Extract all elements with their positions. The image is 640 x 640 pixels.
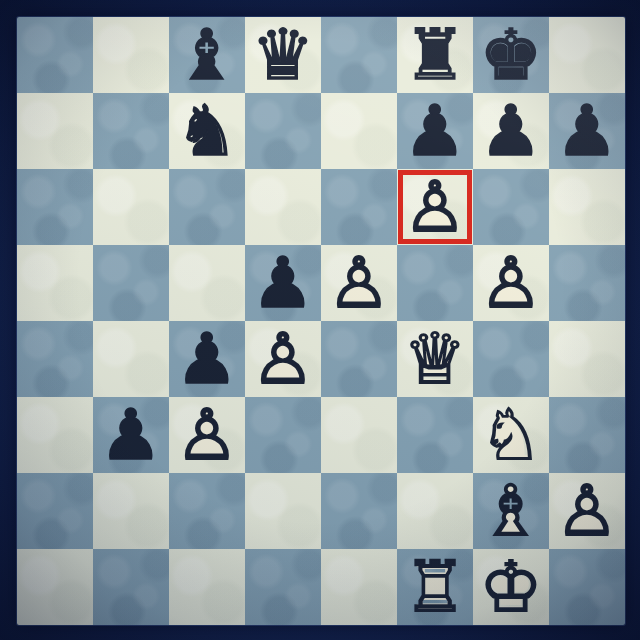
black-queen: ♛ — [245, 17, 321, 93]
white-piece-outline-layer: ♙ — [397, 169, 473, 245]
white-piece-outline-layer: ♔ — [473, 549, 549, 625]
square-d8[interactable]: ♛ — [245, 17, 321, 93]
square-f6[interactable]: ♟♙ — [397, 169, 473, 245]
white-pawn: ♟♙ — [549, 473, 625, 549]
white-king: ♚♔ — [473, 549, 549, 625]
black-piece-glyph: ♟ — [169, 321, 245, 397]
square-g3[interactable]: ♞♘ — [473, 397, 549, 473]
square-a2[interactable] — [17, 473, 93, 549]
square-e6[interactable] — [321, 169, 397, 245]
square-a4[interactable] — [17, 321, 93, 397]
square-g6[interactable] — [473, 169, 549, 245]
square-d1[interactable] — [245, 549, 321, 625]
square-f8[interactable]: ♜ — [397, 17, 473, 93]
black-piece-glyph: ♞ — [169, 93, 245, 169]
square-b4[interactable] — [93, 321, 169, 397]
square-f7[interactable]: ♟ — [397, 93, 473, 169]
white-piece-outline-layer: ♗ — [473, 473, 549, 549]
white-piece-outline-layer: ♙ — [473, 245, 549, 321]
square-a8[interactable] — [17, 17, 93, 93]
black-piece-glyph: ♟ — [245, 245, 321, 321]
square-c3[interactable]: ♟♙ — [169, 397, 245, 473]
square-a1[interactable] — [17, 549, 93, 625]
square-c6[interactable] — [169, 169, 245, 245]
square-e4[interactable] — [321, 321, 397, 397]
black-piece-glyph: ♟ — [93, 397, 169, 473]
white-rook: ♜♖ — [397, 549, 473, 625]
black-piece-glyph: ♟ — [549, 93, 625, 169]
black-pawn: ♟ — [397, 93, 473, 169]
square-g8[interactable]: ♚ — [473, 17, 549, 93]
square-e8[interactable] — [321, 17, 397, 93]
square-g2[interactable]: ♝♗ — [473, 473, 549, 549]
white-pawn: ♟♙ — [321, 245, 397, 321]
black-pawn: ♟ — [245, 245, 321, 321]
square-g1[interactable]: ♚♔ — [473, 549, 549, 625]
square-e7[interactable] — [321, 93, 397, 169]
square-h8[interactable] — [549, 17, 625, 93]
white-knight: ♞♘ — [473, 397, 549, 473]
square-c2[interactable] — [169, 473, 245, 549]
black-pawn: ♟ — [549, 93, 625, 169]
square-a5[interactable] — [17, 245, 93, 321]
square-h3[interactable] — [549, 397, 625, 473]
square-d5[interactable]: ♟ — [245, 245, 321, 321]
white-pawn: ♟♙ — [169, 397, 245, 473]
black-pawn: ♟ — [473, 93, 549, 169]
black-king: ♚ — [473, 17, 549, 93]
square-b3[interactable]: ♟ — [93, 397, 169, 473]
white-queen: ♛♕ — [397, 321, 473, 397]
square-a7[interactable] — [17, 93, 93, 169]
chess-board: ♝♛♜♚♞♟♟♟♟♙♟♟♙♟♙♟♟♙♛♕♟♟♙♞♘♝♗♟♙♜♖♚♔ — [17, 17, 625, 625]
white-piece-outline-layer: ♕ — [397, 321, 473, 397]
square-f5[interactable] — [397, 245, 473, 321]
square-b8[interactable] — [93, 17, 169, 93]
square-d3[interactable] — [245, 397, 321, 473]
square-d2[interactable] — [245, 473, 321, 549]
black-piece-glyph: ♛ — [245, 17, 321, 93]
square-g5[interactable]: ♟♙ — [473, 245, 549, 321]
white-pawn: ♟♙ — [397, 169, 473, 245]
square-a6[interactable] — [17, 169, 93, 245]
square-e2[interactable] — [321, 473, 397, 549]
square-d7[interactable] — [245, 93, 321, 169]
square-b2[interactable] — [93, 473, 169, 549]
square-g7[interactable]: ♟ — [473, 93, 549, 169]
white-piece-outline-layer: ♙ — [245, 321, 321, 397]
square-e3[interactable] — [321, 397, 397, 473]
square-b5[interactable] — [93, 245, 169, 321]
square-h4[interactable] — [549, 321, 625, 397]
square-h6[interactable] — [549, 169, 625, 245]
black-piece-glyph: ♜ — [397, 17, 473, 93]
square-c7[interactable]: ♞ — [169, 93, 245, 169]
square-h1[interactable] — [549, 549, 625, 625]
chessboard-photo: ♝♛♜♚♞♟♟♟♟♙♟♟♙♟♙♟♟♙♛♕♟♟♙♞♘♝♗♟♙♜♖♚♔ — [0, 0, 640, 640]
white-pawn: ♟♙ — [245, 321, 321, 397]
black-piece-glyph: ♚ — [473, 17, 549, 93]
black-piece-glyph: ♟ — [397, 93, 473, 169]
square-a3[interactable] — [17, 397, 93, 473]
white-piece-outline-layer: ♘ — [473, 397, 549, 473]
black-knight: ♞ — [169, 93, 245, 169]
white-piece-outline-layer: ♙ — [549, 473, 625, 549]
square-e5[interactable]: ♟♙ — [321, 245, 397, 321]
black-pawn: ♟ — [169, 321, 245, 397]
black-pawn: ♟ — [93, 397, 169, 473]
square-d4[interactable]: ♟♙ — [245, 321, 321, 397]
white-piece-outline-layer: ♙ — [169, 397, 245, 473]
square-d6[interactable] — [245, 169, 321, 245]
square-b1[interactable] — [93, 549, 169, 625]
square-c1[interactable] — [169, 549, 245, 625]
square-c4[interactable]: ♟ — [169, 321, 245, 397]
square-f3[interactable] — [397, 397, 473, 473]
square-f1[interactable]: ♜♖ — [397, 549, 473, 625]
square-h7[interactable]: ♟ — [549, 93, 625, 169]
square-c8[interactable]: ♝ — [169, 17, 245, 93]
square-b6[interactable] — [93, 169, 169, 245]
white-pawn: ♟♙ — [473, 245, 549, 321]
white-piece-outline-layer: ♙ — [321, 245, 397, 321]
black-rook: ♜ — [397, 17, 473, 93]
white-bishop: ♝♗ — [473, 473, 549, 549]
square-g4[interactable] — [473, 321, 549, 397]
square-b7[interactable] — [93, 93, 169, 169]
square-h5[interactable] — [549, 245, 625, 321]
black-piece-glyph: ♟ — [473, 93, 549, 169]
square-f4[interactable]: ♛♕ — [397, 321, 473, 397]
square-c5[interactable] — [169, 245, 245, 321]
white-piece-outline-layer: ♖ — [397, 549, 473, 625]
black-bishop: ♝ — [169, 17, 245, 93]
square-h2[interactable]: ♟♙ — [549, 473, 625, 549]
black-piece-glyph: ♝ — [169, 17, 245, 93]
square-e1[interactable] — [321, 549, 397, 625]
square-f2[interactable] — [397, 473, 473, 549]
